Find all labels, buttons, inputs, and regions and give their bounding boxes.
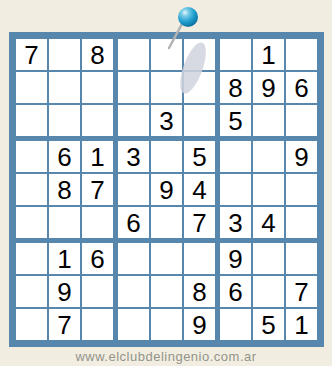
cell-r4c3[interactable]: 1 xyxy=(82,141,113,172)
cell-r4c2[interactable]: 6 xyxy=(49,141,80,172)
cell-r7c2[interactable]: 1 xyxy=(49,243,80,274)
cell-r9c7[interactable] xyxy=(220,309,251,340)
cell-r4c1[interactable] xyxy=(16,141,47,172)
cell-r1c2[interactable] xyxy=(49,39,80,70)
cell-r6c2[interactable] xyxy=(49,207,80,238)
board-row-8: 9867 xyxy=(16,276,317,307)
cell-r7c1[interactable] xyxy=(16,243,47,274)
cell-r8c6[interactable]: 8 xyxy=(184,276,215,307)
cell-r9c3[interactable] xyxy=(82,309,113,340)
cell-r1c1[interactable]: 7 xyxy=(16,39,47,70)
board-row-1: 781 xyxy=(16,39,317,70)
cell-r7c3[interactable]: 6 xyxy=(82,243,113,274)
cell-r6c6[interactable]: 7 xyxy=(184,207,215,238)
cell-r6c9[interactable] xyxy=(286,207,317,238)
cell-r4c4[interactable]: 3 xyxy=(118,141,149,172)
cell-r4c5[interactable] xyxy=(151,141,182,172)
cell-r6c8[interactable]: 4 xyxy=(253,207,284,238)
cell-r8c5[interactable] xyxy=(151,276,182,307)
cell-r3c4[interactable] xyxy=(118,105,149,136)
cell-r6c4[interactable]: 6 xyxy=(118,207,149,238)
cell-r3c2[interactable] xyxy=(49,105,80,136)
cell-r9c9[interactable]: 1 xyxy=(286,309,317,340)
cell-r4c6[interactable]: 5 xyxy=(184,141,215,172)
cell-r9c1[interactable] xyxy=(16,309,47,340)
board-row-3: 35 xyxy=(16,105,317,136)
cell-r7c6[interactable] xyxy=(184,243,215,274)
cell-r2c6[interactable] xyxy=(184,72,215,103)
cell-r3c7[interactable]: 5 xyxy=(220,105,251,136)
cell-r1c8[interactable]: 1 xyxy=(253,39,284,70)
pin-head xyxy=(178,7,198,27)
cell-r3c5[interactable]: 3 xyxy=(151,105,182,136)
cell-r1c7[interactable] xyxy=(220,39,251,70)
cell-r2c7[interactable]: 8 xyxy=(220,72,251,103)
cell-r2c2[interactable] xyxy=(49,72,80,103)
cell-r4c7[interactable] xyxy=(220,141,251,172)
cell-r1c3[interactable]: 8 xyxy=(82,39,113,70)
cell-r1c5[interactable] xyxy=(151,39,182,70)
cell-r4c9[interactable]: 9 xyxy=(286,141,317,172)
cell-r8c7[interactable]: 6 xyxy=(220,276,251,307)
cell-r9c5[interactable] xyxy=(151,309,182,340)
cell-r5c5[interactable]: 9 xyxy=(151,174,182,205)
cell-r8c8[interactable] xyxy=(253,276,284,307)
board-row-2: 896 xyxy=(16,72,317,103)
cell-r8c2[interactable]: 9 xyxy=(49,276,80,307)
cell-r2c9[interactable]: 6 xyxy=(286,72,317,103)
cell-r5c7[interactable] xyxy=(220,174,251,205)
cell-r3c1[interactable] xyxy=(16,105,47,136)
board-row-5: 8794 xyxy=(16,174,317,205)
cell-r3c6[interactable] xyxy=(184,105,215,136)
cell-r7c5[interactable] xyxy=(151,243,182,274)
cell-r9c8[interactable]: 5 xyxy=(253,309,284,340)
board-row-9: 7951 xyxy=(16,309,317,340)
cell-r3c9[interactable] xyxy=(286,105,317,136)
cell-r4c8[interactable] xyxy=(253,141,284,172)
cell-r8c9[interactable]: 7 xyxy=(286,276,317,307)
board-row-6: 6734 xyxy=(16,207,317,238)
cell-r1c4[interactable] xyxy=(118,39,149,70)
cell-r9c2[interactable]: 7 xyxy=(49,309,80,340)
cell-r8c3[interactable] xyxy=(82,276,113,307)
cell-r7c9[interactable] xyxy=(286,243,317,274)
cell-r5c9[interactable] xyxy=(286,174,317,205)
cell-r8c4[interactable] xyxy=(118,276,149,307)
cell-r2c8[interactable]: 9 xyxy=(253,72,284,103)
cell-r1c9[interactable] xyxy=(286,39,317,70)
cell-r9c6[interactable]: 9 xyxy=(184,309,215,340)
cell-r5c4[interactable] xyxy=(118,174,149,205)
cell-r9c4[interactable] xyxy=(118,309,149,340)
cell-r6c7[interactable]: 3 xyxy=(220,207,251,238)
board-row-7: 169 xyxy=(16,243,317,274)
cell-r8c1[interactable] xyxy=(16,276,47,307)
cell-r3c3[interactable] xyxy=(82,105,113,136)
cell-r2c5[interactable] xyxy=(151,72,182,103)
cell-r2c3[interactable] xyxy=(82,72,113,103)
cell-r6c1[interactable] xyxy=(16,207,47,238)
cell-r7c8[interactable] xyxy=(253,243,284,274)
cell-r2c4[interactable] xyxy=(118,72,149,103)
cell-r2c1[interactable] xyxy=(16,72,47,103)
cell-r6c5[interactable] xyxy=(151,207,182,238)
cell-r7c4[interactable] xyxy=(118,243,149,274)
cell-r3c8[interactable] xyxy=(253,105,284,136)
cell-r5c3[interactable]: 7 xyxy=(82,174,113,205)
cell-r1c6[interactable] xyxy=(184,39,215,70)
board-row-4: 61359 xyxy=(16,141,317,172)
cell-r5c8[interactable] xyxy=(253,174,284,205)
cell-r5c2[interactable]: 8 xyxy=(49,174,80,205)
sudoku-board: 78189635613598794673416998677951 xyxy=(9,32,324,347)
website-url: www.elclubdelingenio.com.ar xyxy=(0,349,332,364)
cell-r7c7[interactable]: 9 xyxy=(220,243,251,274)
cell-r5c1[interactable] xyxy=(16,174,47,205)
cell-r6c3[interactable] xyxy=(82,207,113,238)
cell-r5c6[interactable]: 4 xyxy=(184,174,215,205)
